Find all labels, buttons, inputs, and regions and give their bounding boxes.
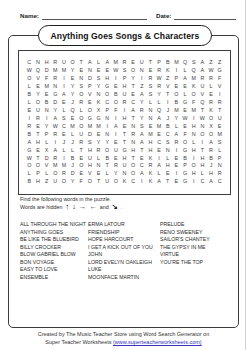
grid-cell: R bbox=[34, 115, 43, 123]
grid-cell: Y bbox=[51, 107, 60, 115]
grid-cell: L bbox=[207, 83, 216, 91]
grid-cell: T bbox=[129, 115, 138, 123]
page-edge bbox=[245, 0, 246, 350]
grid-cell: I bbox=[112, 115, 121, 123]
grid-cell: E bbox=[181, 83, 190, 91]
grid-cell: Z bbox=[137, 83, 146, 91]
grid-cell: U bbox=[120, 162, 129, 170]
instructions-and-text: and bbox=[98, 204, 110, 212]
grid-cell: A bbox=[181, 75, 190, 83]
word-list-item: SAILOR'S CHANTEY bbox=[160, 236, 210, 244]
grid-cell: B bbox=[25, 91, 34, 99]
grid-cell: C bbox=[25, 59, 34, 67]
grid-cell: E bbox=[34, 123, 43, 131]
grid-cell: N bbox=[34, 59, 43, 67]
grid-cell: T bbox=[215, 107, 224, 115]
grid-cell: L bbox=[42, 170, 51, 178]
grid-cell: M bbox=[94, 123, 103, 131]
grid-cell: O bbox=[129, 162, 138, 170]
grid-cell: N bbox=[129, 138, 138, 146]
grid-cell: R bbox=[207, 99, 216, 107]
grid-cell: O bbox=[189, 162, 198, 170]
grid-cell: E bbox=[94, 130, 103, 138]
word-list-item: HOPE HARCOURT bbox=[88, 236, 160, 244]
word-list-item: ALL THROUGH THE NIGHT bbox=[20, 221, 88, 229]
grid-cell: N bbox=[103, 130, 112, 138]
grid-cell: T bbox=[120, 130, 129, 138]
direction-arrow-icon: ← bbox=[88, 204, 98, 210]
grid-cell: I bbox=[25, 115, 34, 123]
grid-cell: L bbox=[146, 99, 155, 107]
grid-cell: E bbox=[34, 83, 43, 91]
grid-cell: E bbox=[172, 162, 181, 170]
grid-cell: A bbox=[60, 91, 69, 99]
grid-cell: U bbox=[34, 107, 43, 115]
grid-cell: L bbox=[155, 170, 164, 178]
grid-cell: T bbox=[77, 59, 86, 67]
grid-cell: I bbox=[60, 83, 69, 91]
grid-cell: I bbox=[137, 178, 146, 186]
grid-cell: O bbox=[25, 162, 34, 170]
grid-cell: X bbox=[207, 123, 216, 131]
word-list-item: BON VOYAGE bbox=[20, 259, 88, 267]
grid-cell: L bbox=[68, 146, 77, 154]
grid-cell: U bbox=[103, 178, 112, 186]
grid-cell: T bbox=[198, 146, 207, 154]
grid-cell: N bbox=[77, 75, 86, 83]
grid-cell: R bbox=[198, 75, 207, 83]
grid-cell: O bbox=[77, 123, 86, 131]
grid-cell: L bbox=[25, 99, 34, 107]
grid-cell: Y bbox=[112, 170, 121, 178]
grid-cell: R bbox=[137, 107, 146, 115]
grid-cell: V bbox=[215, 83, 224, 91]
grid-cell: Y bbox=[172, 115, 181, 123]
grid-cell: E bbox=[172, 154, 181, 162]
grid-cell: G bbox=[181, 170, 190, 178]
grid-cell: W bbox=[112, 67, 121, 75]
grid-cell: Y bbox=[34, 91, 43, 99]
grid-cell: M bbox=[68, 123, 77, 131]
grid-cell: B bbox=[103, 154, 112, 162]
word-list-item: BLOW GABRIEL BLOW bbox=[20, 251, 88, 259]
grid-cell: B bbox=[25, 178, 34, 186]
grid-cell: I bbox=[51, 138, 60, 146]
direction-arrow-icon: → bbox=[77, 204, 87, 210]
grid-cell: Z bbox=[215, 59, 224, 67]
grid-cell: R bbox=[129, 130, 138, 138]
grid-cell: I bbox=[137, 75, 146, 83]
grid-cell: E bbox=[146, 67, 155, 75]
grid-cell: L bbox=[94, 154, 103, 162]
grid-cell: M bbox=[60, 67, 69, 75]
grid-cell: O bbox=[207, 130, 216, 138]
puzzle-title-banner: Anything Goes Songs & Characters bbox=[38, 25, 212, 46]
grid-cell: E bbox=[129, 59, 138, 67]
grid-cell: R bbox=[94, 146, 103, 154]
grid-cell: A bbox=[155, 115, 164, 123]
grid-cell: R bbox=[51, 59, 60, 67]
grid-cell: L bbox=[163, 154, 172, 162]
grid-cell: K bbox=[94, 99, 103, 107]
grid-cell: L bbox=[103, 170, 112, 178]
grid-cell: Y bbox=[68, 91, 77, 99]
grid-cell: O bbox=[112, 178, 121, 186]
grid-cell: H bbox=[120, 115, 129, 123]
grid-cell: R bbox=[120, 99, 129, 107]
grid-cell: T bbox=[146, 59, 155, 67]
grid-cell: R bbox=[60, 170, 69, 178]
grid-cell: M bbox=[51, 67, 60, 75]
instructions-line2: Words are hidden ↑↓→← and ↘ . bbox=[20, 204, 122, 212]
grid-cell: T bbox=[77, 146, 86, 154]
grid-cell: O bbox=[103, 146, 112, 154]
word-list-item: ERMA LATOUR bbox=[88, 221, 160, 229]
grid-cell: I bbox=[215, 91, 224, 99]
grid-cell: H bbox=[34, 138, 43, 146]
grid-cell: E bbox=[172, 178, 181, 186]
date-blank-line[interactable] bbox=[174, 12, 236, 20]
grid-cell: R bbox=[155, 67, 164, 75]
grid-cell: V bbox=[86, 91, 95, 99]
grid-cell: Y bbox=[137, 99, 146, 107]
grid-cell: E bbox=[42, 91, 51, 99]
word-list-item: LORD EVELYN OAKLEIGH bbox=[88, 259, 160, 267]
word-list-column: PRELUDERENO SWEENEYSAILOR'S CHANTEYTHE G… bbox=[160, 221, 210, 281]
grid-cell: C bbox=[129, 99, 138, 107]
grid-cell: H bbox=[120, 83, 129, 91]
grid-cell: Y bbox=[103, 138, 112, 146]
grid-cell: R bbox=[146, 75, 155, 83]
grid-cell: Q bbox=[68, 107, 77, 115]
grid-cell: R bbox=[146, 162, 155, 170]
grid-cell: T bbox=[137, 146, 146, 154]
grid-cell: N bbox=[120, 170, 129, 178]
grid-cell: H bbox=[189, 123, 198, 131]
grid-cell: F bbox=[215, 75, 224, 83]
grid-cell: N bbox=[163, 146, 172, 154]
grid-cell: D bbox=[51, 99, 60, 107]
word-list-item: THE GYPSY IN ME bbox=[160, 244, 210, 252]
grid-cell: O bbox=[198, 130, 207, 138]
grid-cell: U bbox=[51, 178, 60, 186]
grid-cell: R bbox=[51, 75, 60, 83]
grid-cell: H bbox=[163, 162, 172, 170]
grid-cell: A bbox=[86, 59, 95, 67]
grid-cell: O bbox=[77, 162, 86, 170]
footer-line1: Created by The Music Teacher Store using… bbox=[0, 331, 247, 339]
grid-cell: I bbox=[163, 99, 172, 107]
grid-cell: A bbox=[155, 178, 164, 186]
grid-cell: N bbox=[137, 67, 146, 75]
grid-cell: H bbox=[34, 178, 43, 186]
grid-cell: D bbox=[42, 67, 51, 75]
grid-cell: O bbox=[103, 91, 112, 99]
grid-cell: A bbox=[207, 138, 216, 146]
grid-cell: S bbox=[77, 83, 86, 91]
grid-cell: M bbox=[155, 123, 164, 131]
grid-cell: N bbox=[103, 115, 112, 123]
grid-cell: O bbox=[189, 91, 198, 99]
grid-cell: H bbox=[198, 154, 207, 162]
grid-cell: Q bbox=[34, 67, 43, 75]
grid-cell: Y bbox=[42, 123, 51, 131]
grid-cell: C bbox=[137, 162, 146, 170]
grid-cell: H bbox=[103, 75, 112, 83]
grid-cell: L bbox=[198, 170, 207, 178]
grid-cell: L bbox=[42, 138, 51, 146]
grid-cell: C bbox=[198, 178, 207, 186]
grid-cell: M bbox=[172, 107, 181, 115]
grid-cell: O bbox=[112, 99, 121, 107]
grid-cell: L bbox=[25, 170, 34, 178]
grid-cell: G bbox=[120, 146, 129, 154]
grid-cell: R bbox=[51, 154, 60, 162]
grid-cell: P bbox=[34, 170, 43, 178]
grid-cell: I bbox=[42, 115, 51, 123]
word-list-item: VIRTUE bbox=[160, 251, 210, 259]
grid-cell: S bbox=[120, 67, 129, 75]
grid-cell: M bbox=[112, 59, 121, 67]
grid-cell: P bbox=[42, 130, 51, 138]
word-list-column: ALL THROUGH THE NIGHTANYTHING GOESBE LIK… bbox=[20, 221, 88, 281]
grid-cell: A bbox=[137, 130, 146, 138]
grid-cell: O bbox=[77, 115, 86, 123]
grid-cell: E bbox=[60, 99, 69, 107]
superteacherworksheets-link[interactable]: (www.superteacherworksheets.com) bbox=[113, 339, 202, 345]
grid-cell: E bbox=[181, 123, 190, 131]
grid-cell: K bbox=[146, 178, 155, 186]
grid-cell: W bbox=[181, 115, 190, 123]
word-list-item: I GET A KICK OUT OF YOU bbox=[88, 244, 160, 252]
grid-cell: O bbox=[34, 99, 43, 107]
grid-cell: T bbox=[129, 83, 138, 91]
grid-cell: L bbox=[155, 99, 164, 107]
grid-cell: R bbox=[77, 138, 86, 146]
grid-cell: N bbox=[146, 107, 155, 115]
grid-cell: E bbox=[207, 91, 216, 99]
grid-cell: N bbox=[86, 67, 95, 75]
grid-cell: D bbox=[86, 75, 95, 83]
grid-cell: T bbox=[198, 107, 207, 115]
grid-cell: G bbox=[181, 146, 190, 154]
grid-cell: G bbox=[181, 178, 190, 186]
direction-arrow-icon: ↘ bbox=[110, 204, 119, 210]
grid-cell: S bbox=[94, 75, 103, 83]
grid-cell: G bbox=[25, 146, 34, 154]
grid-cell: U bbox=[198, 83, 207, 91]
grid-cell: H bbox=[42, 59, 51, 67]
grid-cell: E bbox=[215, 123, 224, 131]
grid-cell: E bbox=[77, 154, 86, 162]
grid-cell: I bbox=[60, 75, 69, 83]
grid-cell: F bbox=[77, 178, 86, 186]
grid-cell: A bbox=[172, 130, 181, 138]
grid-cell: E bbox=[94, 170, 103, 178]
grid-cell: A bbox=[137, 91, 146, 99]
grid-cell: L bbox=[60, 107, 69, 115]
grid-cell: W bbox=[198, 115, 207, 123]
name-blank-line[interactable] bbox=[42, 12, 147, 20]
word-list-item: BILLY CROCKER bbox=[20, 244, 88, 252]
grid-cell: O bbox=[172, 91, 181, 99]
grid-cell: V bbox=[86, 170, 95, 178]
grid-cell: A bbox=[25, 138, 34, 146]
grid-cell: N bbox=[198, 123, 207, 131]
grid-cell: A bbox=[137, 138, 146, 146]
grid-cell: M bbox=[60, 162, 69, 170]
grid-cell: I bbox=[189, 154, 198, 162]
grid-cell: V bbox=[163, 83, 172, 91]
grid-cell: Q bbox=[155, 107, 164, 115]
grid-cell: H bbox=[189, 170, 198, 178]
grid-cell: A bbox=[103, 59, 112, 67]
grid-cell: F bbox=[42, 75, 51, 83]
grid-cell: E bbox=[94, 67, 103, 75]
grid-cell: E bbox=[155, 130, 164, 138]
grid-cell: I bbox=[172, 170, 181, 178]
grid-cell: I bbox=[60, 154, 69, 162]
word-list-item: YOU'RE THE TOP bbox=[160, 259, 210, 267]
grid-cell: R bbox=[215, 99, 224, 107]
grid-cell: I bbox=[198, 138, 207, 146]
grid-cell: S bbox=[163, 138, 172, 146]
grid-cell: E bbox=[163, 170, 172, 178]
grid-cell: P bbox=[172, 75, 181, 83]
instructions-line2-text: Words are hidden bbox=[20, 204, 64, 212]
grid-cell: I bbox=[172, 67, 181, 75]
word-list-item: ANYTHING GOES bbox=[20, 229, 88, 237]
word-list-item: PRELUDE bbox=[160, 221, 210, 229]
grid-cell: R bbox=[155, 83, 164, 91]
grid-cell: Z bbox=[163, 75, 172, 83]
grid-cell: E bbox=[34, 146, 43, 154]
date-label: Date: bbox=[156, 12, 174, 20]
grid-cell: C bbox=[60, 123, 69, 131]
grid-cell: T bbox=[103, 162, 112, 170]
grid-cell: J bbox=[68, 162, 77, 170]
grid-cell: M bbox=[86, 123, 95, 131]
word-list-item: BE LIKE THE BLUEBIRD bbox=[20, 236, 88, 244]
grid-cell: J bbox=[163, 115, 172, 123]
grid-cell: I bbox=[112, 130, 121, 138]
grid-cell: U bbox=[112, 146, 121, 154]
grid-cell: A bbox=[155, 162, 164, 170]
direction-arrow-icon: ↑ bbox=[64, 204, 71, 210]
grid-cell: S bbox=[86, 138, 95, 146]
word-list-column: ERMA LATOURFRIENDSHIPHOPE HARCOURTI GET … bbox=[88, 221, 160, 281]
grid-cell: H bbox=[207, 170, 216, 178]
grid-cell: P bbox=[181, 162, 190, 170]
grid-cell: G bbox=[86, 115, 95, 123]
grid-cell: O bbox=[77, 91, 86, 99]
grid-cell: E bbox=[146, 123, 155, 131]
grid-cell: E bbox=[112, 83, 121, 91]
word-list-item: ENSEMBLE bbox=[20, 274, 88, 282]
grid-cell: Z bbox=[42, 178, 51, 186]
grid-cell: N bbox=[94, 91, 103, 99]
grid-cell: E bbox=[120, 123, 129, 131]
grid-cell: R bbox=[51, 130, 60, 138]
grid-cell: I bbox=[103, 123, 112, 131]
grid-cell: E bbox=[68, 75, 77, 83]
grid-cell: T bbox=[34, 130, 43, 138]
grid-cell: I bbox=[112, 75, 121, 83]
word-list-item: LUKE bbox=[88, 266, 160, 274]
grid-cell: E bbox=[86, 99, 95, 107]
grid-cell: T bbox=[34, 154, 43, 162]
grid-cell: S bbox=[189, 59, 198, 67]
grid-cell: N bbox=[42, 107, 51, 115]
grid-cell: B bbox=[68, 154, 77, 162]
grid-cell: L bbox=[60, 146, 69, 154]
word-list-item: MOONFACE MARTIN bbox=[88, 274, 160, 282]
grid-cell: B bbox=[163, 59, 172, 67]
grid-cell: H bbox=[198, 162, 207, 170]
grid-cell: T bbox=[163, 178, 172, 186]
word-list-item: FRIENDSHIP bbox=[88, 229, 160, 237]
grid-cell: E bbox=[112, 138, 121, 146]
grid-cell: R bbox=[77, 99, 86, 107]
grid-cell: E bbox=[181, 107, 190, 115]
direction-arrow-icon: ↓ bbox=[71, 204, 78, 210]
grid-cell: H bbox=[86, 162, 95, 170]
grid-cell: Y bbox=[137, 115, 146, 123]
grid-cell: W bbox=[207, 67, 216, 75]
grid-cell: T bbox=[120, 138, 129, 146]
grid-cell: D bbox=[86, 130, 95, 138]
grid-cell: Y bbox=[129, 75, 138, 83]
grid-cell: R bbox=[207, 75, 216, 83]
grid-cell: O bbox=[86, 107, 95, 115]
grid-cell: Y bbox=[68, 178, 77, 186]
grid-cell: O bbox=[129, 170, 138, 178]
grid-cell: O bbox=[34, 162, 43, 170]
grid-cell: C bbox=[129, 178, 138, 186]
grid-cell: Y bbox=[94, 138, 103, 146]
grid-cell: X bbox=[42, 146, 51, 154]
grid-cell: U bbox=[137, 59, 146, 67]
grid-cell: N bbox=[51, 83, 60, 91]
grid-cell: A bbox=[129, 107, 138, 115]
footer-line2: Super Teacher Worksheets (www.superteach… bbox=[0, 339, 247, 347]
grid-cell: O bbox=[129, 67, 138, 75]
grid-cell: R bbox=[207, 146, 216, 154]
grid-cell: L bbox=[77, 107, 86, 115]
grid-cell: Q bbox=[198, 99, 207, 107]
grid-cell: N bbox=[94, 162, 103, 170]
grid-cell: G bbox=[103, 83, 112, 91]
grid-cell: W bbox=[25, 67, 34, 75]
grid-cell: O bbox=[207, 115, 216, 123]
grid-cell: F bbox=[112, 107, 121, 115]
grid-cell: H bbox=[146, 138, 155, 146]
grid-cell: E bbox=[25, 107, 34, 115]
grid-cell: C bbox=[103, 99, 112, 107]
grid-cell: E bbox=[77, 170, 86, 178]
grid-cell: C bbox=[215, 178, 224, 186]
grid-cell: P bbox=[86, 83, 95, 91]
grid-cell: C bbox=[155, 138, 164, 146]
grid-cell: N bbox=[189, 130, 198, 138]
grid-cell: U bbox=[86, 154, 95, 162]
grid-cell: V bbox=[34, 75, 43, 83]
grid-cell: E bbox=[172, 83, 181, 91]
grid-cell: J bbox=[163, 107, 172, 115]
grid-cell: G bbox=[94, 115, 103, 123]
grid-cell: H bbox=[120, 154, 129, 162]
grid-cell: L bbox=[181, 91, 190, 99]
